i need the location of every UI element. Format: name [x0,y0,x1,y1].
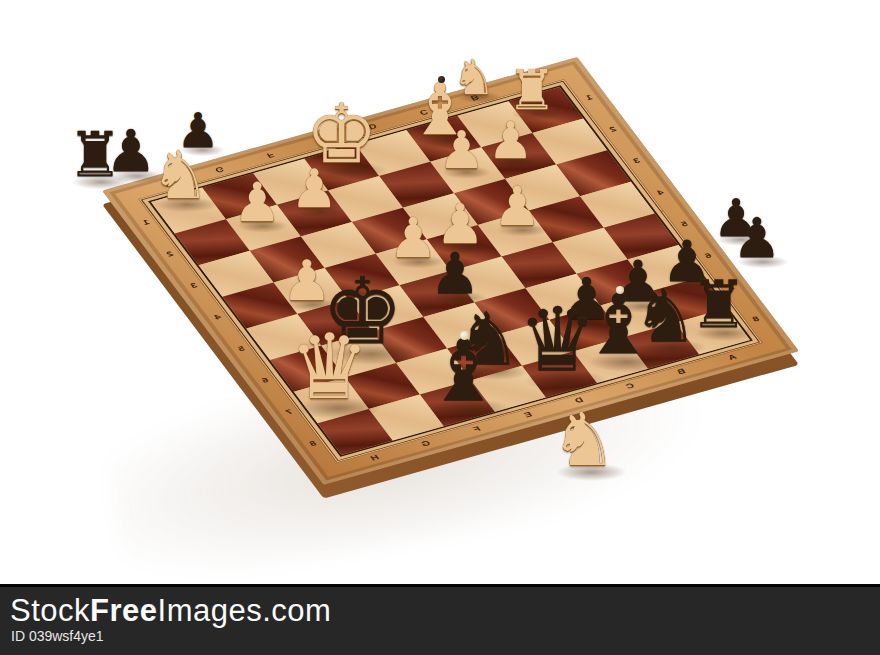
stock-footer-bar: StockFreeImages.com ID 039wsf4ye1 [0,584,880,655]
chess-photo-stage: AABBCCDDEEFFGGHH1122334455667788 ♞♜♝♟♟♚♟… [0,0,880,655]
brand-free: Free [90,593,157,628]
black-bishop-c8-finial-light [616,286,624,294]
stock-image-id: ID 039wsf4ye1 [11,628,104,644]
black-pawn-e5[interactable]: ♟ [429,245,480,302]
white-knight-h1[interactable]: ♞ [151,143,210,209]
black-bishop-f8[interactable]: ♝ [425,328,501,413]
white-knight-bottom-front[interactable]: ♞ [551,402,617,476]
stock-site-logo[interactable]: StockFreeImages.com [10,593,331,629]
white-rook-a1[interactable]: ♜ [507,63,556,118]
white-pawn-g2[interactable]: ♟ [233,176,281,230]
black-queen-d8[interactable]: ♛ [518,296,597,384]
captured-black-pawn-right-rim-front[interactable]: ♟ [732,211,781,266]
white-queen-h7[interactable]: ♛ [289,322,370,412]
brand-stock: Stock [10,593,90,628]
brand-images: Images.com [158,593,332,628]
captured-black-rook-left[interactable]: ♜ [67,124,123,186]
white-pawn-b2[interactable]: ♟ [488,115,534,166]
white-pawn-c4[interactable]: ♟ [493,180,541,234]
white-pawn-f2[interactable]: ♟ [291,162,339,215]
white-pawn-c2[interactable]: ♟ [438,124,485,176]
white-bishop-c1-finial-dark [438,76,445,83]
